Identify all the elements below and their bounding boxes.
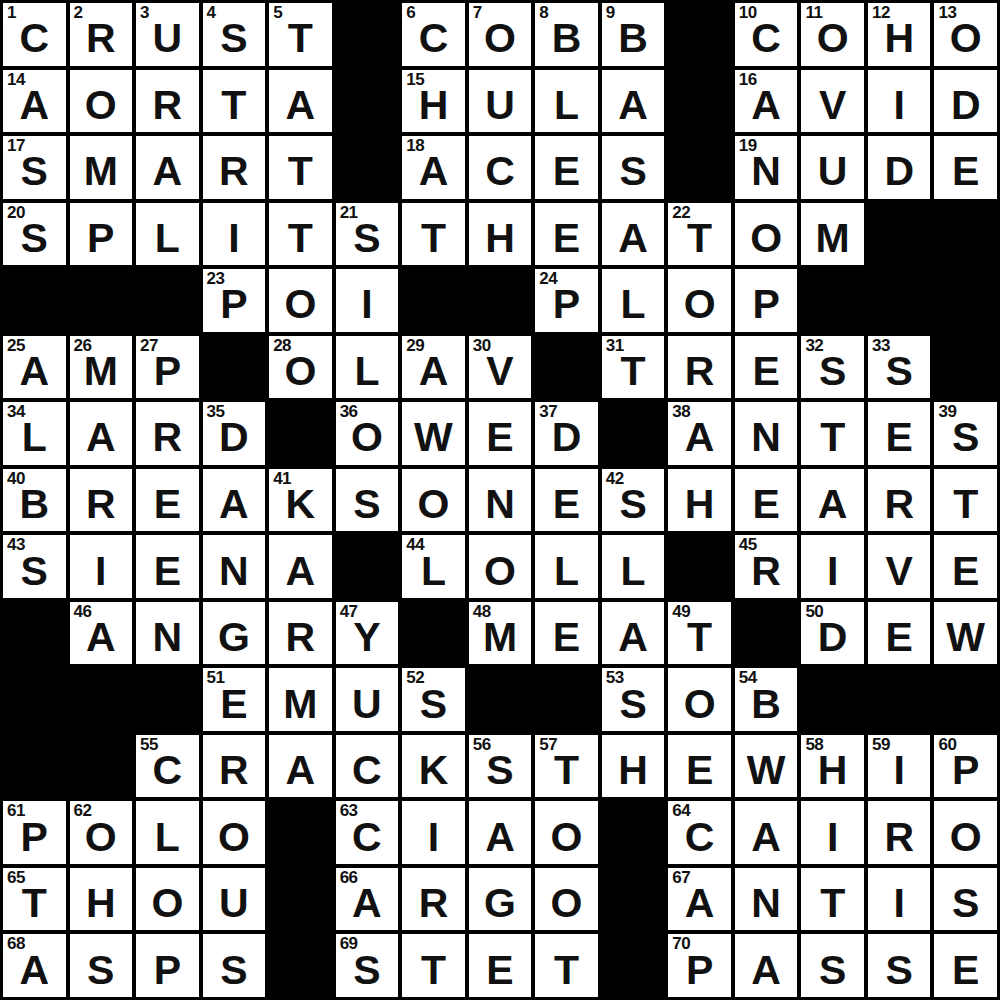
cell-r5c4[interactable]: 23P bbox=[203, 269, 266, 332]
cell-r1c12[interactable]: 10C bbox=[735, 3, 798, 66]
cell-r12c7[interactable]: K bbox=[402, 735, 465, 798]
cell-r15c13[interactable]: S bbox=[801, 934, 864, 997]
clue-number: 41 bbox=[273, 470, 291, 489]
cell-r7c9[interactable]: 37D bbox=[535, 402, 598, 465]
cell-r4c6[interactable]: 21S bbox=[336, 203, 399, 266]
cell-r5c11[interactable]: O bbox=[668, 269, 731, 332]
cell-r15c2[interactable]: S bbox=[70, 934, 133, 997]
cell-r15c8[interactable]: E bbox=[469, 934, 532, 997]
cell-letter: B bbox=[19, 484, 49, 525]
cell-r14c15[interactable]: S bbox=[934, 868, 997, 931]
cell-r10c15[interactable]: W bbox=[934, 602, 997, 665]
cell-letter: O bbox=[551, 817, 583, 858]
cell-letter: V bbox=[886, 551, 913, 592]
cell-r8c6[interactable]: S bbox=[336, 469, 399, 532]
cell-r7c2[interactable]: A bbox=[70, 402, 133, 465]
cell-r1c5[interactable]: 5T bbox=[269, 3, 332, 66]
cell-r7c7[interactable]: W bbox=[402, 402, 465, 465]
cell-letter: L bbox=[621, 284, 646, 325]
cell-r6c11[interactable]: R bbox=[668, 336, 731, 399]
cell-r9c12[interactable]: 45R bbox=[735, 535, 798, 598]
cell-r10c4[interactable]: G bbox=[203, 602, 266, 665]
cell-r8c3[interactable]: E bbox=[136, 469, 199, 532]
cell-r8c9[interactable]: E bbox=[535, 469, 598, 532]
cell-r4c3[interactable]: L bbox=[136, 203, 199, 266]
black-cell-r5c15 bbox=[934, 269, 997, 332]
cell-r15c4[interactable]: S bbox=[203, 934, 266, 997]
cell-letter: C bbox=[751, 18, 781, 59]
cell-r7c14[interactable]: E bbox=[868, 402, 931, 465]
cell-r2c12[interactable]: 16A bbox=[735, 70, 798, 133]
cell-r14c14[interactable]: I bbox=[868, 868, 931, 931]
cell-r6c6[interactable]: L bbox=[336, 336, 399, 399]
cell-letter: T bbox=[421, 218, 446, 259]
cell-r8c11[interactable]: H bbox=[668, 469, 731, 532]
cell-r11c10[interactable]: 53S bbox=[602, 668, 665, 731]
cell-r8c8[interactable]: N bbox=[469, 469, 532, 532]
cell-r3c2[interactable]: M bbox=[70, 136, 133, 199]
black-cell-r9c11 bbox=[668, 535, 731, 598]
cell-r13c13[interactable]: I bbox=[801, 801, 864, 864]
cell-letter: S bbox=[619, 484, 646, 525]
cell-r7c12[interactable]: N bbox=[735, 402, 798, 465]
cell-letter: S bbox=[819, 351, 846, 392]
cell-r2c7[interactable]: 15H bbox=[402, 70, 465, 133]
cell-letter: P bbox=[686, 950, 713, 991]
cell-r14c6[interactable]: 66A bbox=[336, 868, 399, 931]
cell-r13c8[interactable]: A bbox=[469, 801, 532, 864]
cell-r1c15[interactable]: 13O bbox=[934, 3, 997, 66]
black-cell-r3c11 bbox=[668, 136, 731, 199]
cell-r4c10[interactable]: A bbox=[602, 203, 665, 266]
clue-number: 63 bbox=[340, 802, 358, 821]
clue-number: 2 bbox=[74, 4, 83, 23]
cell-letter: P bbox=[952, 750, 979, 791]
cell-letter: P bbox=[752, 284, 779, 325]
cell-letter: U bbox=[219, 883, 249, 924]
cell-letter: D bbox=[884, 151, 914, 192]
cell-r3c1[interactable]: 17S bbox=[3, 136, 66, 199]
cell-r15c15[interactable]: E bbox=[934, 934, 997, 997]
cell-letter: A bbox=[751, 85, 781, 126]
cell-letter: T bbox=[820, 417, 845, 458]
cell-letter: E bbox=[752, 484, 779, 525]
cell-r14c3[interactable]: O bbox=[136, 868, 199, 931]
cell-r1c2[interactable]: 2R bbox=[70, 3, 133, 66]
black-cell-r6c4 bbox=[203, 336, 266, 399]
cell-r12c12[interactable]: W bbox=[735, 735, 798, 798]
cell-r3c14[interactable]: D bbox=[868, 136, 931, 199]
cell-r9c14[interactable]: V bbox=[868, 535, 931, 598]
cell-r2c14[interactable]: I bbox=[868, 70, 931, 133]
cell-r14c2[interactable]: H bbox=[70, 868, 133, 931]
cell-r9c4[interactable]: N bbox=[203, 535, 266, 598]
cell-r1c7[interactable]: 6C bbox=[402, 3, 465, 66]
cell-r7c11[interactable]: 38A bbox=[668, 402, 731, 465]
cell-letter: R bbox=[751, 551, 781, 592]
cell-r8c13[interactable]: A bbox=[801, 469, 864, 532]
cell-r13c12[interactable]: A bbox=[735, 801, 798, 864]
cell-r4c13[interactable]: M bbox=[801, 203, 864, 266]
cell-r3c7[interactable]: 18A bbox=[402, 136, 465, 199]
clue-number: 34 bbox=[7, 403, 25, 422]
cell-r2c2[interactable]: O bbox=[70, 70, 133, 133]
cell-r11c7[interactable]: 52S bbox=[402, 668, 465, 731]
cell-r10c11[interactable]: 49T bbox=[668, 602, 731, 665]
cell-r12c9[interactable]: 57T bbox=[535, 735, 598, 798]
cell-letter: I bbox=[361, 284, 372, 325]
black-cell-r7c5 bbox=[269, 402, 332, 465]
cell-r6c8[interactable]: 30V bbox=[469, 336, 532, 399]
cell-r1c10[interactable]: 9B bbox=[602, 3, 665, 66]
cell-letter: E bbox=[952, 151, 979, 192]
cell-r15c6[interactable]: 69S bbox=[336, 934, 399, 997]
cell-r13c14[interactable]: R bbox=[868, 801, 931, 864]
clue-number: 57 bbox=[539, 736, 557, 755]
cell-r8c2[interactable]: R bbox=[70, 469, 133, 532]
cell-r1c9[interactable]: 8B bbox=[535, 3, 598, 66]
cell-r9c8[interactable]: O bbox=[469, 535, 532, 598]
black-cell-r12c1 bbox=[3, 735, 66, 798]
cell-r6c12[interactable]: E bbox=[735, 336, 798, 399]
cell-r12c11[interactable]: E bbox=[668, 735, 731, 798]
cell-r11c5[interactable]: M bbox=[269, 668, 332, 731]
cell-r6c3[interactable]: 27P bbox=[136, 336, 199, 399]
cell-r3c5[interactable]: T bbox=[269, 136, 332, 199]
cell-r12c3[interactable]: 55C bbox=[136, 735, 199, 798]
cell-r10c10[interactable]: A bbox=[602, 602, 665, 665]
cell-letter: A bbox=[86, 417, 116, 458]
cell-letter: S bbox=[420, 684, 447, 725]
cell-r2c10[interactable]: A bbox=[602, 70, 665, 133]
cell-letter: M bbox=[84, 351, 118, 392]
cell-r10c3[interactable]: N bbox=[136, 602, 199, 665]
cell-r13c4[interactable]: O bbox=[203, 801, 266, 864]
cell-letter: C bbox=[153, 750, 183, 791]
clue-number: 40 bbox=[7, 470, 25, 489]
cell-r14c4[interactable]: U bbox=[203, 868, 266, 931]
cell-r4c8[interactable]: H bbox=[469, 203, 532, 266]
clue-number: 55 bbox=[140, 736, 158, 755]
cell-r2c3[interactable]: R bbox=[136, 70, 199, 133]
cell-letter: L bbox=[22, 417, 47, 458]
clue-number: 56 bbox=[473, 736, 491, 755]
cell-r14c1[interactable]: 65T bbox=[3, 868, 66, 931]
black-cell-r11c13 bbox=[801, 668, 864, 731]
crossword-grid: 1C2R3U4S5T6C7O8B9B10C11O12H13O14AORTA15H… bbox=[0, 0, 1000, 1000]
cell-letter: T bbox=[953, 484, 978, 525]
cell-letter: O bbox=[950, 18, 982, 59]
cell-r4c12[interactable]: O bbox=[735, 203, 798, 266]
cell-r13c3[interactable]: L bbox=[136, 801, 199, 864]
cell-r4c1[interactable]: 20S bbox=[3, 203, 66, 266]
cell-letter: L bbox=[621, 551, 646, 592]
cell-r11c6[interactable]: U bbox=[336, 668, 399, 731]
clue-number: 52 bbox=[406, 669, 424, 688]
cell-r3c13[interactable]: U bbox=[801, 136, 864, 199]
cell-r13c6[interactable]: 63C bbox=[336, 801, 399, 864]
black-cell-r14c10 bbox=[602, 868, 665, 931]
cell-r12c14[interactable]: 59I bbox=[868, 735, 931, 798]
cell-r7c15[interactable]: 39S bbox=[934, 402, 997, 465]
cell-r9c7[interactable]: 44L bbox=[402, 535, 465, 598]
cell-r15c1[interactable]: 68A bbox=[3, 934, 66, 997]
cell-r14c13[interactable]: T bbox=[801, 868, 864, 931]
cell-r7c8[interactable]: E bbox=[469, 402, 532, 465]
cell-r10c13[interactable]: 50D bbox=[801, 602, 864, 665]
cell-r7c6[interactable]: 36O bbox=[336, 402, 399, 465]
cell-letter: O bbox=[218, 817, 250, 858]
cell-letter: P bbox=[21, 817, 48, 858]
black-cell-r5c8 bbox=[469, 269, 532, 332]
clue-number: 26 bbox=[74, 337, 92, 356]
cell-letter: I bbox=[228, 218, 239, 259]
cell-r7c3[interactable]: R bbox=[136, 402, 199, 465]
cell-r9c2[interactable]: I bbox=[70, 535, 133, 598]
cell-letter: A bbox=[352, 883, 382, 924]
cell-letter: R bbox=[86, 18, 116, 59]
cell-r11c11[interactable]: O bbox=[668, 668, 731, 731]
cell-letter: G bbox=[218, 617, 250, 658]
cell-r1c14[interactable]: 12H bbox=[868, 3, 931, 66]
cell-r4c9[interactable]: E bbox=[535, 203, 598, 266]
cell-r3c12[interactable]: 19N bbox=[735, 136, 798, 199]
cell-r1c13[interactable]: 11O bbox=[801, 3, 864, 66]
cell-r10c8[interactable]: 48M bbox=[469, 602, 532, 665]
clue-number: 11 bbox=[805, 4, 822, 23]
cell-r1c3[interactable]: 3U bbox=[136, 3, 199, 66]
cell-letter: S bbox=[886, 351, 913, 392]
clue-number: 64 bbox=[672, 802, 690, 821]
cell-letter: T bbox=[554, 750, 579, 791]
cell-r13c15[interactable]: O bbox=[934, 801, 997, 864]
cell-r1c1[interactable]: 1C bbox=[3, 3, 66, 66]
clue-number: 31 bbox=[606, 337, 624, 356]
cell-r11c4[interactable]: 51E bbox=[203, 668, 266, 731]
cell-r11c12[interactable]: 54B bbox=[735, 668, 798, 731]
cell-r14c12[interactable]: N bbox=[735, 868, 798, 931]
cell-letter: S bbox=[353, 950, 380, 991]
cell-r9c3[interactable]: E bbox=[136, 535, 199, 598]
cell-r5c6[interactable]: I bbox=[336, 269, 399, 332]
cell-letter: E bbox=[154, 484, 181, 525]
cell-r7c13[interactable]: T bbox=[801, 402, 864, 465]
clue-number: 30 bbox=[473, 337, 491, 356]
cell-r2c4[interactable]: T bbox=[203, 70, 266, 133]
clue-number: 50 bbox=[805, 603, 823, 622]
cell-r2c9[interactable]: L bbox=[535, 70, 598, 133]
cell-r4c7[interactable]: T bbox=[402, 203, 465, 266]
cell-r8c14[interactable]: R bbox=[868, 469, 931, 532]
cell-r4c4[interactable]: I bbox=[203, 203, 266, 266]
clue-number: 44 bbox=[406, 536, 424, 555]
cell-letter: C bbox=[485, 151, 515, 192]
cell-letter: C bbox=[19, 18, 49, 59]
cell-letter: P bbox=[87, 218, 114, 259]
cell-r8c1[interactable]: 40B bbox=[3, 469, 66, 532]
cell-r15c14[interactable]: S bbox=[868, 934, 931, 997]
cell-r5c12[interactable]: P bbox=[735, 269, 798, 332]
cell-r9c9[interactable]: L bbox=[535, 535, 598, 598]
cell-r15c9[interactable]: T bbox=[535, 934, 598, 997]
cell-letter: A bbox=[485, 817, 515, 858]
cell-r13c1[interactable]: 61P bbox=[3, 801, 66, 864]
cell-r10c14[interactable]: E bbox=[868, 602, 931, 665]
clue-number: 48 bbox=[473, 603, 491, 622]
cell-r6c1[interactable]: 25A bbox=[3, 336, 66, 399]
cell-r9c5[interactable]: A bbox=[269, 535, 332, 598]
cell-r10c2[interactable]: 46A bbox=[70, 602, 133, 665]
clue-number: 38 bbox=[672, 403, 690, 422]
cell-r3c4[interactable]: R bbox=[203, 136, 266, 199]
cell-r3c15[interactable]: E bbox=[934, 136, 997, 199]
cell-r4c11[interactable]: 22T bbox=[668, 203, 731, 266]
cell-r10c9[interactable]: E bbox=[535, 602, 598, 665]
cell-r6c14[interactable]: 33S bbox=[868, 336, 931, 399]
clue-number: 20 bbox=[7, 204, 25, 223]
cell-letter: C bbox=[419, 18, 449, 59]
cell-letter: P bbox=[220, 284, 247, 325]
cell-r15c3[interactable]: P bbox=[136, 934, 199, 997]
cell-r6c10[interactable]: 31T bbox=[602, 336, 665, 399]
cell-letter: A bbox=[153, 151, 183, 192]
cell-r3c10[interactable]: S bbox=[602, 136, 665, 199]
cell-r14c9[interactable]: O bbox=[535, 868, 598, 931]
cell-r5c5[interactable]: O bbox=[269, 269, 332, 332]
clue-number: 23 bbox=[207, 270, 225, 289]
cell-r15c11[interactable]: 70P bbox=[668, 934, 731, 997]
clue-number: 3 bbox=[140, 4, 149, 23]
clue-number: 19 bbox=[739, 137, 757, 156]
clue-number: 28 bbox=[273, 337, 291, 356]
cell-letter: O bbox=[284, 351, 316, 392]
cell-r9c10[interactable]: L bbox=[602, 535, 665, 598]
cell-r6c2[interactable]: 26M bbox=[70, 336, 133, 399]
cell-r12c10[interactable]: H bbox=[602, 735, 665, 798]
cell-r10c5[interactable]: R bbox=[269, 602, 332, 665]
clue-number: 68 bbox=[7, 935, 25, 954]
cell-r8c10[interactable]: 42S bbox=[602, 469, 665, 532]
cell-r9c13[interactable]: I bbox=[801, 535, 864, 598]
cell-letter: A bbox=[751, 817, 781, 858]
cell-letter: S bbox=[21, 151, 48, 192]
cell-r14c8[interactable]: G bbox=[469, 868, 532, 931]
cell-r2c1[interactable]: 14A bbox=[3, 70, 66, 133]
cell-r8c5[interactable]: 41K bbox=[269, 469, 332, 532]
black-cell-r11c15 bbox=[934, 668, 997, 731]
cell-r6c5[interactable]: 28O bbox=[269, 336, 332, 399]
cell-r7c4[interactable]: 35D bbox=[203, 402, 266, 465]
cell-letter: S bbox=[220, 18, 247, 59]
cell-letter: T bbox=[421, 950, 446, 991]
cell-letter: O bbox=[151, 883, 183, 924]
cell-r6c7[interactable]: 29A bbox=[402, 336, 465, 399]
cell-r13c9[interactable]: O bbox=[535, 801, 598, 864]
cell-r14c11[interactable]: 67A bbox=[668, 868, 731, 931]
cell-letter: U bbox=[485, 85, 515, 126]
cell-letter: R bbox=[219, 151, 249, 192]
cell-r3c9[interactable]: E bbox=[535, 136, 598, 199]
cell-r14c7[interactable]: R bbox=[402, 868, 465, 931]
clue-number: 66 bbox=[340, 869, 358, 888]
cell-r2c13[interactable]: V bbox=[801, 70, 864, 133]
cell-letter: T bbox=[687, 218, 712, 259]
cell-letter: U bbox=[153, 18, 183, 59]
black-cell-r3c6 bbox=[336, 136, 399, 199]
cell-letter: B bbox=[751, 684, 781, 725]
clue-number: 47 bbox=[340, 603, 358, 622]
cell-letter: S bbox=[87, 950, 114, 991]
cell-r4c5[interactable]: T bbox=[269, 203, 332, 266]
black-cell-r7c10 bbox=[602, 402, 665, 465]
cell-r1c8[interactable]: 7O bbox=[469, 3, 532, 66]
clue-number: 54 bbox=[739, 669, 757, 688]
clue-number: 36 bbox=[340, 403, 358, 422]
cell-letter: E bbox=[952, 551, 979, 592]
cell-letter: A bbox=[286, 551, 316, 592]
cell-letter: U bbox=[352, 684, 382, 725]
cell-letter: P bbox=[553, 284, 580, 325]
cell-r12c5[interactable]: A bbox=[269, 735, 332, 798]
cell-r15c12[interactable]: A bbox=[735, 934, 798, 997]
cell-r8c7[interactable]: O bbox=[402, 469, 465, 532]
cell-letter: D bbox=[552, 417, 582, 458]
cell-r9c15[interactable]: E bbox=[934, 535, 997, 598]
cell-letter: E bbox=[886, 417, 913, 458]
black-cell-r10c7 bbox=[402, 602, 465, 665]
clue-number: 13 bbox=[938, 4, 956, 23]
cell-r9c1[interactable]: 43S bbox=[3, 535, 66, 598]
cell-letter: L bbox=[554, 85, 579, 126]
cell-letter: M bbox=[84, 151, 118, 192]
cell-r4c2[interactable]: P bbox=[70, 203, 133, 266]
cell-r12c15[interactable]: 60P bbox=[934, 735, 997, 798]
cell-r10c6[interactable]: 47Y bbox=[336, 602, 399, 665]
cell-r8c4[interactable]: A bbox=[203, 469, 266, 532]
cell-r2c15[interactable]: D bbox=[934, 70, 997, 133]
cell-letter: S bbox=[619, 151, 646, 192]
cell-r7c1[interactable]: 34L bbox=[3, 402, 66, 465]
cell-r8c12[interactable]: E bbox=[735, 469, 798, 532]
cell-r2c5[interactable]: A bbox=[269, 70, 332, 133]
cell-r12c8[interactable]: 56S bbox=[469, 735, 532, 798]
cell-r13c11[interactable]: 64C bbox=[668, 801, 731, 864]
cell-r12c13[interactable]: 58H bbox=[801, 735, 864, 798]
cell-r15c7[interactable]: T bbox=[402, 934, 465, 997]
cell-r13c2[interactable]: 62O bbox=[70, 801, 133, 864]
cell-r5c9[interactable]: 24P bbox=[535, 269, 598, 332]
cell-r12c6[interactable]: C bbox=[336, 735, 399, 798]
cell-r1c4[interactable]: 4S bbox=[203, 3, 266, 66]
cell-r3c3[interactable]: A bbox=[136, 136, 199, 199]
cell-letter: O bbox=[684, 284, 716, 325]
cell-r5c10[interactable]: L bbox=[602, 269, 665, 332]
cell-r2c8[interactable]: U bbox=[469, 70, 532, 133]
cell-letter: U bbox=[818, 151, 848, 192]
cell-letter: E bbox=[486, 950, 513, 991]
cell-r6c13[interactable]: 32S bbox=[801, 336, 864, 399]
cell-letter: R bbox=[884, 484, 914, 525]
cell-letter: O bbox=[684, 684, 716, 725]
clue-number: 18 bbox=[406, 137, 424, 156]
cell-letter: T bbox=[687, 617, 712, 658]
cell-r12c4[interactable]: R bbox=[203, 735, 266, 798]
cell-letter: O bbox=[817, 18, 849, 59]
cell-r13c7[interactable]: I bbox=[402, 801, 465, 864]
cell-r3c8[interactable]: C bbox=[469, 136, 532, 199]
black-cell-r4c15 bbox=[934, 203, 997, 266]
cell-r8c15[interactable]: T bbox=[934, 469, 997, 532]
